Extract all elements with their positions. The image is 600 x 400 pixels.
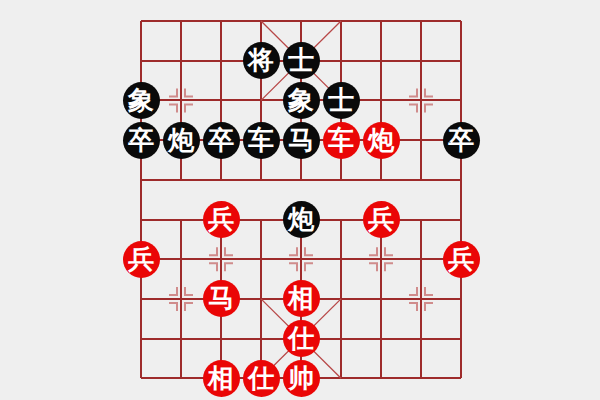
black-pawn[interactable]: 卒 bbox=[203, 122, 240, 159]
piece-glyph: 马 bbox=[208, 280, 234, 317]
black-pawn[interactable]: 卒 bbox=[443, 122, 480, 159]
xiangqi-board: 将士象象士卒炮卒车马卒炮车炮兵兵兵兵马相仕相仕帅 bbox=[0, 0, 600, 400]
black-advisor[interactable]: 士 bbox=[283, 42, 320, 79]
red-advisor[interactable]: 仕 bbox=[243, 360, 280, 397]
piece-glyph: 帅 bbox=[288, 360, 314, 397]
piece-glyph: 兵 bbox=[208, 201, 234, 238]
red-general[interactable]: 帅 bbox=[283, 360, 320, 397]
red-elephant[interactable]: 相 bbox=[203, 360, 240, 397]
piece-glyph: 象 bbox=[288, 82, 314, 119]
piece-glyph: 炮 bbox=[168, 122, 194, 159]
black-elephant[interactable]: 象 bbox=[283, 82, 320, 119]
black-general[interactable]: 将 bbox=[243, 42, 280, 79]
piece-glyph: 兵 bbox=[448, 241, 474, 278]
piece-glyph: 士 bbox=[288, 42, 314, 79]
black-advisor[interactable]: 士 bbox=[323, 82, 360, 119]
pieces-layer: 将士象象士卒炮卒车马卒炮车炮兵兵兵兵马相仕相仕帅 bbox=[0, 0, 600, 400]
black-elephant[interactable]: 象 bbox=[123, 82, 160, 119]
red-chariot[interactable]: 车 bbox=[323, 122, 360, 159]
piece-glyph: 相 bbox=[208, 360, 234, 397]
black-horse[interactable]: 马 bbox=[283, 122, 320, 159]
black-pawn[interactable]: 卒 bbox=[123, 122, 160, 159]
piece-glyph: 兵 bbox=[368, 201, 394, 238]
piece-glyph: 仕 bbox=[288, 320, 314, 357]
piece-glyph: 卒 bbox=[128, 122, 154, 159]
red-pawn[interactable]: 兵 bbox=[203, 201, 240, 238]
piece-glyph: 仕 bbox=[248, 360, 274, 397]
red-pawn[interactable]: 兵 bbox=[123, 241, 160, 278]
red-horse[interactable]: 马 bbox=[203, 280, 240, 317]
piece-glyph: 炮 bbox=[368, 122, 394, 159]
piece-glyph: 将 bbox=[248, 42, 274, 79]
piece-glyph: 卒 bbox=[448, 122, 474, 159]
piece-glyph: 车 bbox=[328, 122, 354, 159]
piece-glyph: 卒 bbox=[208, 122, 234, 159]
red-pawn[interactable]: 兵 bbox=[443, 241, 480, 278]
red-advisor[interactable]: 仕 bbox=[283, 320, 320, 357]
black-cannon[interactable]: 炮 bbox=[283, 201, 320, 238]
black-chariot[interactable]: 车 bbox=[243, 122, 280, 159]
red-cannon[interactable]: 炮 bbox=[363, 122, 400, 159]
piece-glyph: 士 bbox=[328, 82, 354, 119]
red-pawn[interactable]: 兵 bbox=[363, 201, 400, 238]
black-cannon[interactable]: 炮 bbox=[163, 122, 200, 159]
piece-glyph: 象 bbox=[128, 82, 154, 119]
red-elephant[interactable]: 相 bbox=[283, 280, 320, 317]
piece-glyph: 炮 bbox=[288, 201, 314, 238]
piece-glyph: 兵 bbox=[128, 241, 154, 278]
piece-glyph: 相 bbox=[288, 280, 314, 317]
piece-glyph: 马 bbox=[288, 122, 314, 159]
piece-glyph: 车 bbox=[248, 122, 274, 159]
